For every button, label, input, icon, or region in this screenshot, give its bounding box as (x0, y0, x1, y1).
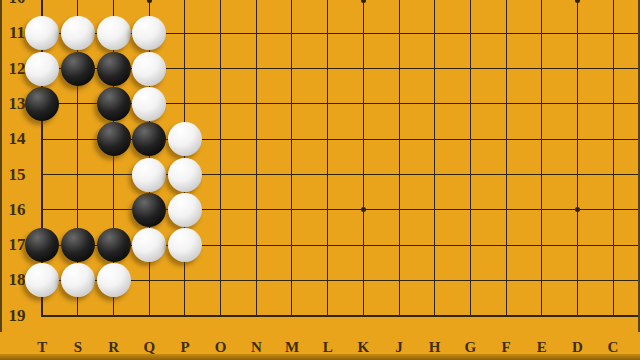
grid-line-col-C (613, 0, 614, 317)
grid-line-row-15 (41, 174, 638, 175)
row-label-16: 16 (4, 201, 30, 219)
go-stone-black[interactable] (132, 193, 166, 227)
board-left-edge (0, 0, 2, 332)
go-stone-black[interactable] (97, 87, 131, 121)
col-label-H: H (425, 339, 445, 355)
col-label-R: R (104, 339, 124, 355)
go-board[interactable]: 10111213141516171819TSRQPONMLKJHGFEDCB (0, 0, 640, 360)
grid-line-row-16 (41, 209, 638, 210)
board-bottom-bevel (0, 354, 640, 360)
col-label-D: D (567, 339, 587, 355)
col-label-Q: Q (139, 339, 159, 355)
go-stone-white[interactable] (132, 158, 166, 192)
go-stone-white[interactable] (25, 52, 59, 86)
go-stone-white[interactable] (132, 228, 166, 262)
grid-line-col-J (399, 0, 400, 317)
star-point-K10 (361, 0, 366, 3)
col-label-T: T (32, 339, 52, 355)
row-label-19: 19 (4, 307, 30, 325)
col-label-C: C (603, 339, 623, 355)
go-stone-black[interactable] (97, 52, 131, 86)
col-label-O: O (211, 339, 231, 355)
go-stone-white[interactable] (168, 122, 202, 156)
go-stone-white[interactable] (97, 263, 131, 297)
grid-line-col-F (506, 0, 507, 317)
grid-line-col-O (220, 0, 221, 317)
go-stone-white[interactable] (61, 263, 95, 297)
go-stone-white[interactable] (132, 52, 166, 86)
go-stone-white[interactable] (168, 193, 202, 227)
col-label-S: S (68, 339, 88, 355)
col-label-F: F (496, 339, 516, 355)
star-point-Q10 (147, 0, 152, 3)
row-label-10: 10 (4, 0, 30, 7)
star-point-D10 (575, 0, 580, 3)
grid-line-col-N (256, 0, 257, 317)
col-label-L: L (318, 339, 338, 355)
go-stone-black[interactable] (97, 228, 131, 262)
col-label-N: N (246, 339, 266, 355)
grid-line-col-H (434, 0, 435, 317)
go-stone-white[interactable] (97, 16, 131, 50)
go-stone-white[interactable] (168, 228, 202, 262)
grid-line-col-M (291, 0, 292, 317)
go-stone-white[interactable] (61, 16, 95, 50)
grid-line-col-G (470, 0, 471, 317)
go-stone-white[interactable] (132, 16, 166, 50)
go-stone-white[interactable] (168, 158, 202, 192)
go-stone-white[interactable] (132, 87, 166, 121)
grid-line-col-K (363, 0, 364, 317)
col-label-E: E (532, 339, 552, 355)
col-label-M: M (282, 339, 302, 355)
go-stone-black[interactable] (25, 228, 59, 262)
go-stone-black[interactable] (61, 52, 95, 86)
col-label-J: J (389, 339, 409, 355)
go-stone-black[interactable] (61, 228, 95, 262)
star-point-D16 (575, 207, 580, 212)
row-label-15: 15 (4, 166, 30, 184)
grid-line-col-L (327, 0, 328, 317)
col-label-K: K (353, 339, 373, 355)
grid-line-row-19 (41, 315, 640, 317)
go-stone-white[interactable] (25, 16, 59, 50)
grid-line-col-D (577, 0, 578, 317)
go-stone-white[interactable] (25, 263, 59, 297)
go-stone-black[interactable] (132, 122, 166, 156)
go-stone-black[interactable] (97, 122, 131, 156)
col-label-G: G (460, 339, 480, 355)
grid-line-col-E (541, 0, 542, 317)
star-point-K16 (361, 207, 366, 212)
go-stone-black[interactable] (25, 87, 59, 121)
row-label-14: 14 (4, 130, 30, 148)
col-label-P: P (175, 339, 195, 355)
